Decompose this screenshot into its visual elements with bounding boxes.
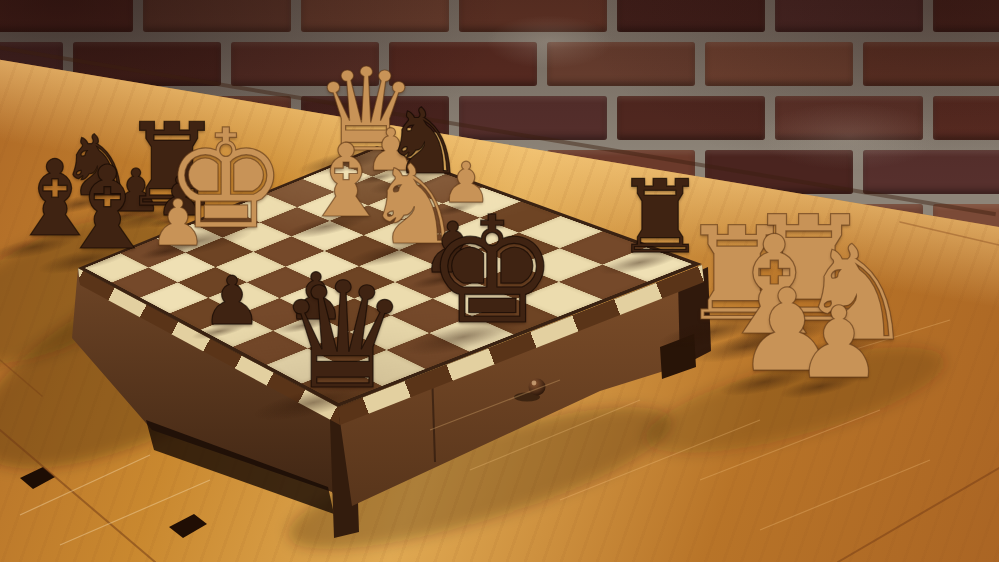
scene-photo: ♛♞♟♚♟♝♞♟♟♚♟♟♛♜♝♞♝♟♜♟♜♝♜♞♟♟ bbox=[0, 0, 999, 562]
piece-dark-bishop-captured-left[interactable]: ♝ bbox=[55, 151, 158, 266]
piece-dark-queen-a1[interactable]: ♛ bbox=[277, 263, 409, 410]
piece-dark-pawn-a4[interactable]: ♟ bbox=[202, 268, 262, 335]
piece-light-pawn-captured-right[interactable]: ♟ bbox=[795, 293, 884, 392]
piece-dark-king-d1[interactable]: ♚ bbox=[426, 197, 559, 345]
